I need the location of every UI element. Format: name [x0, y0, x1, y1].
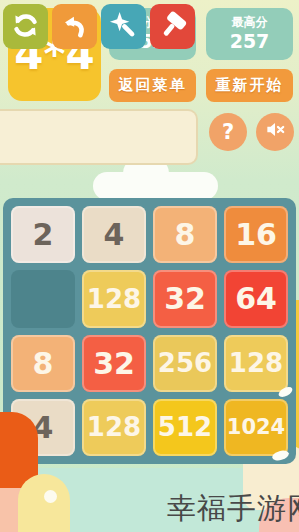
- refresh-icon: [10, 10, 41, 44]
- tile-16: 16: [224, 206, 288, 263]
- tile-128: 128: [82, 270, 146, 327]
- magic-wand-button[interactable]: [101, 4, 146, 49]
- magic-wand-icon: [108, 10, 139, 44]
- undo-icon: [59, 10, 90, 44]
- refresh-button[interactable]: [3, 4, 48, 49]
- back-to-menu-button[interactable]: 返回菜单: [109, 69, 196, 102]
- hammer-icon: [157, 10, 188, 44]
- empty-cell: [11, 270, 75, 327]
- mute-button[interactable]: [256, 113, 294, 151]
- best-score-value: 257: [230, 30, 270, 54]
- speaker-muted-icon: [264, 118, 287, 146]
- hammer-button[interactable]: [150, 4, 195, 49]
- restart-button[interactable]: 重新开始: [206, 69, 293, 102]
- tile-1024: 1024: [224, 399, 288, 456]
- bg-yellow-capsule: [18, 474, 70, 532]
- tile-32: 32: [153, 270, 217, 327]
- tile-8: 8: [153, 206, 217, 263]
- question-mark-icon: ?: [222, 120, 234, 144]
- tools-panel: [0, 109, 198, 165]
- tile-64: 64: [224, 270, 288, 327]
- game-screen: 24816128326483225612841285121024 幸福手游网 4…: [0, 0, 299, 532]
- watermark-text: 幸福手游网: [167, 489, 299, 529]
- help-button[interactable]: ?: [209, 113, 247, 151]
- cloud-decoration: [93, 172, 218, 200]
- board-grid[interactable]: 24816128326483225612841285121024: [3, 198, 296, 464]
- tile-2: 2: [11, 206, 75, 263]
- tile-4: 4: [82, 206, 146, 263]
- tile-512: 512: [153, 399, 217, 456]
- tile-32: 32: [82, 335, 146, 392]
- tile-128: 128: [82, 399, 146, 456]
- tile-8: 8: [11, 335, 75, 392]
- undo-button[interactable]: [52, 4, 97, 49]
- best-score-panel: 最高分 257: [206, 8, 293, 60]
- tile-128: 128: [224, 335, 288, 392]
- tile-256: 256: [153, 335, 217, 392]
- best-score-label: 最高分: [232, 15, 268, 30]
